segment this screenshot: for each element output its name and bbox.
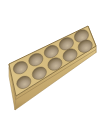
board-scene: [0, 0, 100, 131]
mancala-board: [0, 0, 100, 131]
